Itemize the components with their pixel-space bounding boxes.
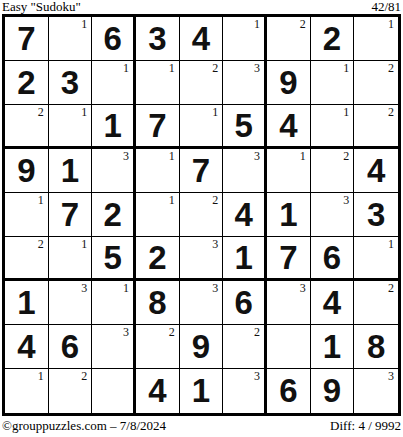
cell-r6c4: 2 [136,237,180,281]
given-digit: 3 [49,61,92,104]
cell-r3c2: 1 [49,105,93,149]
cell-r2c1: 2 [5,61,49,105]
corner-mark: 2 [169,325,175,339]
cell-r3c1: 2 [5,105,49,149]
given-digit: 2 [5,61,48,104]
cell-r4c5: 7 [180,149,224,193]
corner-mark: 1 [169,193,175,207]
given-digit: 7 [180,149,223,192]
given-digit: 6 [223,281,264,324]
corner-mark: 3 [254,61,260,75]
corner-mark: 1 [123,61,129,75]
given-digit: 5 [92,237,133,278]
corner-mark: 1 [81,17,87,31]
given-digit: 8 [136,281,179,324]
cell-r2c5: 2 [180,61,224,105]
cell-r1c4: 3 [136,17,180,61]
given-digit: 4 [223,193,264,236]
cell-r5c2: 7 [49,193,93,237]
cell-r4c6: 3 [223,149,267,193]
corner-mark: 2 [212,193,218,207]
cell-r3c5: 1 [180,105,224,149]
cell-r2c2: 3 [49,61,93,105]
given-digit: 4 [267,105,310,146]
corner-mark: 1 [343,61,349,75]
cell-r5c1: 1 [5,193,49,237]
given-digit: 9 [5,149,48,192]
corner-mark: 1 [81,105,87,119]
given-digit: 4 [5,325,48,368]
page-header: Easy "Sudoku" 42/81 [2,0,401,14]
given-digit: 1 [311,325,354,368]
cell-r6c8: 6 [311,237,355,281]
corner-mark: 1 [300,149,306,163]
cell-r5c7: 1 [267,193,311,237]
cell-r1c2: 1 [49,17,93,61]
corner-mark: 2 [343,149,349,163]
cell-r2c4: 1 [136,61,180,105]
cell-r2c3: 1 [92,61,136,105]
corner-mark: 2 [388,105,394,119]
copyright-text: ©grouppuzzles.com – 7/8/2024 [2,419,166,433]
cell-r4c2: 1 [49,149,93,193]
cell-r4c7: 1 [267,149,311,193]
puzzle-title: Easy "Sudoku" [2,0,81,14]
given-digit: 3 [354,193,398,236]
given-digit: 3 [136,17,179,60]
cell-r7c3: 1 [92,281,136,325]
cell-r6c3: 5 [92,237,136,281]
corner-mark: 3 [254,149,260,163]
given-digit: 6 [49,325,92,368]
given-digit: 6 [267,369,310,413]
cell-r2c9: 2 [354,61,398,105]
given-digit: 4 [180,17,223,60]
given-digit: 6 [311,237,354,278]
cell-r1c1: 7 [5,17,49,61]
cell-r3c6: 5 [223,105,267,149]
cell-r1c3: 6 [92,17,136,61]
cell-r8c1: 4 [5,325,49,369]
corner-mark: 2 [388,281,394,295]
corner-mark: 2 [388,61,394,75]
corner-mark: 2 [38,237,44,251]
given-digit: 6 [92,17,133,60]
given-digit: 2 [311,17,354,60]
cell-r1c9: 1 [354,17,398,61]
cell-r6c7: 7 [267,237,311,281]
cell-r1c5: 4 [180,17,224,61]
given-digit: 5 [223,105,264,146]
cell-r7c6: 6 [223,281,267,325]
cell-r6c2: 1 [49,237,93,281]
corner-mark: 3 [123,149,129,163]
cell-r4c8: 2 [311,149,355,193]
cell-r5c6: 4 [223,193,267,237]
cell-r6c9: 1 [354,237,398,281]
corner-mark: 1 [169,149,175,163]
cell-r5c8: 3 [311,193,355,237]
cell-r2c6: 3 [223,61,267,105]
cell-r8c9: 8 [354,325,398,369]
cell-r5c3: 2 [92,193,136,237]
page-footer: ©grouppuzzles.com – 7/8/2024 Diff: 4 / 9… [2,419,401,435]
cell-r5c4: 1 [136,193,180,237]
cell-r3c3: 1 [92,105,136,149]
corner-mark: 3 [343,193,349,207]
cell-r4c1: 9 [5,149,49,193]
cell-r5c9: 3 [354,193,398,237]
corner-mark: 1 [38,369,44,383]
corner-mark: 1 [254,17,260,31]
corner-mark: 3 [212,237,218,251]
given-digit: 1 [92,105,133,146]
cell-r8c3: 3 [92,325,136,369]
cell-r9c4: 4 [136,369,180,413]
corner-mark: 3 [81,281,87,295]
cell-r8c6: 2 [223,325,267,369]
cell-r8c7 [267,325,311,369]
given-digit: 1 [180,369,223,413]
cell-r1c6: 1 [223,17,267,61]
cell-r3c9: 2 [354,105,398,149]
cell-r9c9: 3 [354,369,398,413]
cell-r7c7: 3 [267,281,311,325]
cell-r6c1: 2 [5,237,49,281]
given-digit: 4 [311,281,354,324]
cell-r9c2: 2 [49,369,93,413]
difficulty-text: Diff: 4 / 9992 [330,419,401,433]
given-digit: 8 [354,325,398,368]
given-digit: 9 [180,325,223,368]
cell-r4c9: 4 [354,149,398,193]
corner-mark: 1 [388,17,394,31]
sudoku-grid: 7163412212311239122117154129131731241721… [2,14,401,416]
cell-r7c9: 2 [354,281,398,325]
cell-r4c4: 1 [136,149,180,193]
corner-mark: 2 [254,325,260,339]
cell-r7c5: 3 [180,281,224,325]
corner-mark: 2 [38,105,44,119]
given-digit: 1 [267,193,310,236]
corner-mark: 3 [123,325,129,339]
puzzle-page: Easy "Sudoku" 42/81 71634122123112391221… [0,0,403,437]
corner-mark: 3 [388,369,394,383]
cell-r9c1: 1 [5,369,49,413]
cell-r3c7: 4 [267,105,311,149]
cell-r8c5: 9 [180,325,224,369]
corner-mark: 1 [212,105,218,119]
cell-r9c8: 9 [311,369,355,413]
cell-r7c1: 1 [5,281,49,325]
given-digit: 7 [49,193,92,236]
given-digit: 7 [267,237,310,278]
corner-mark: 1 [123,281,129,295]
corner-mark: 2 [212,61,218,75]
cell-r6c5: 3 [180,237,224,281]
cell-r6c6: 1 [223,237,267,281]
corner-mark: 2 [81,369,87,383]
cell-r4c3: 3 [92,149,136,193]
corner-mark: 1 [169,61,175,75]
given-digit: 2 [136,237,179,278]
cell-r9c5: 1 [180,369,224,413]
given-digit: 1 [49,149,92,192]
cell-r7c4: 8 [136,281,180,325]
cell-r8c8: 1 [311,325,355,369]
cell-r2c8: 1 [311,61,355,105]
cell-r5c5: 2 [180,193,224,237]
cell-r3c4: 7 [136,105,180,149]
given-digit: 4 [136,369,179,413]
cell-r8c2: 6 [49,325,93,369]
corner-mark: 3 [254,369,260,383]
cell-r2c7: 9 [267,61,311,105]
given-digit: 7 [5,17,48,60]
cell-r1c7: 2 [267,17,311,61]
corner-mark: 3 [212,281,218,295]
given-digit: 9 [311,369,354,413]
corner-mark: 1 [343,105,349,119]
given-digit: 9 [267,61,310,104]
cell-r7c2: 3 [49,281,93,325]
cell-r1c8: 2 [311,17,355,61]
corner-mark: 3 [300,281,306,295]
corner-mark: 1 [38,193,44,207]
given-digit: 1 [223,237,264,278]
given-digit: 2 [92,193,133,236]
given-digit: 1 [5,281,48,324]
corner-mark: 1 [388,237,394,251]
given-digit: 7 [136,105,179,146]
cell-r7c8: 4 [311,281,355,325]
cell-r9c7: 6 [267,369,311,413]
corner-mark: 2 [300,17,306,31]
cell-r3c8: 1 [311,105,355,149]
cell-counter: 42/81 [371,0,401,14]
cell-r8c4: 2 [136,325,180,369]
cell-r9c6: 3 [223,369,267,413]
corner-mark: 1 [81,237,87,251]
cell-r9c3 [92,369,136,413]
given-digit: 4 [354,149,398,192]
